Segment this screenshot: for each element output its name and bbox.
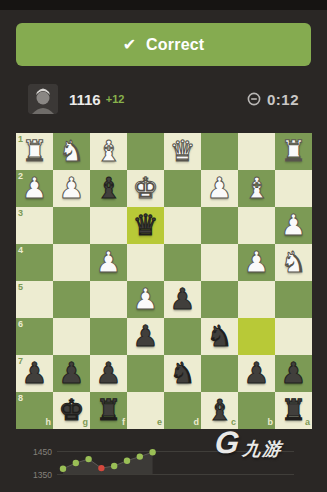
square-a8[interactable]: ♜a	[275, 392, 312, 429]
file-label-g: g	[83, 418, 89, 427]
rating-point-solved	[85, 456, 91, 462]
black-knight: ♞	[201, 318, 238, 355]
white-pawn: ♟	[201, 170, 238, 207]
square-e3[interactable]: ♛	[127, 207, 164, 244]
square-b6[interactable]	[238, 318, 275, 355]
black-pawn: ♟	[90, 355, 127, 392]
square-c3[interactable]	[201, 207, 238, 244]
square-g8[interactable]: ♚g	[53, 392, 90, 429]
rating-point-solved	[60, 466, 66, 472]
timer: 0:12	[247, 91, 299, 108]
rank-label-4: 4	[18, 246, 23, 255]
square-a1[interactable]: ♜	[275, 133, 312, 170]
square-f4[interactable]: ♟	[90, 244, 127, 281]
white-bishop: ♝	[238, 170, 275, 207]
square-b1[interactable]	[238, 133, 275, 170]
rating-delta: +12	[106, 93, 125, 105]
square-e2[interactable]: ♚	[127, 170, 164, 207]
square-e7[interactable]	[127, 355, 164, 392]
square-d6[interactable]	[164, 318, 201, 355]
player-row: 1116 +12 0:12	[28, 84, 299, 114]
square-h6[interactable]: 6	[16, 318, 53, 355]
square-d5[interactable]: ♟	[164, 281, 201, 318]
puzzle-screen: ✔ Correct 1116 +12 0:12 ♜1♞♝♛♜♟2♟♝♚♟♝3♛♟…	[0, 0, 327, 492]
square-a7[interactable]: ♟	[275, 355, 312, 392]
square-h5[interactable]: 5	[16, 281, 53, 318]
rating-chart: 14501350	[0, 440, 327, 492]
file-label-a: a	[305, 418, 310, 427]
square-c7[interactable]	[201, 355, 238, 392]
rank-label-2: 2	[18, 172, 23, 181]
rating-point-solved	[73, 460, 79, 466]
square-f5[interactable]	[90, 281, 127, 318]
white-rook: ♜	[275, 133, 312, 170]
banner-label: Correct	[146, 36, 204, 54]
white-pawn: ♟	[238, 244, 275, 281]
square-f1[interactable]: ♝	[90, 133, 127, 170]
square-a2[interactable]	[275, 170, 312, 207]
player-rating: 1116	[69, 91, 101, 108]
square-h1[interactable]: ♜1	[16, 133, 53, 170]
square-a6[interactable]	[275, 318, 312, 355]
square-a5[interactable]	[275, 281, 312, 318]
square-d1[interactable]: ♛	[164, 133, 201, 170]
black-pawn: ♟	[275, 355, 312, 392]
rating-point-failed	[98, 465, 104, 471]
square-c2[interactable]: ♟	[201, 170, 238, 207]
square-h7[interactable]: ♟7	[16, 355, 53, 392]
rating-point-solved	[111, 463, 117, 469]
white-knight: ♞	[53, 133, 90, 170]
square-f8[interactable]: ♜f	[90, 392, 127, 429]
square-a3[interactable]: ♟	[275, 207, 312, 244]
white-bishop: ♝	[90, 133, 127, 170]
square-g6[interactable]	[53, 318, 90, 355]
file-label-d: d	[194, 418, 200, 427]
square-h8[interactable]: 8h	[16, 392, 53, 429]
square-e8[interactable]: e	[127, 392, 164, 429]
rank-label-7: 7	[18, 357, 23, 366]
square-b2[interactable]: ♝	[238, 170, 275, 207]
square-b5[interactable]	[238, 281, 275, 318]
square-h3[interactable]: 3	[16, 207, 53, 244]
chess-board[interactable]: ♜1♞♝♛♜♟2♟♝♚♟♝3♛♟4♟♟♞5♟♟6♟♞♟7♟♟♞♟♟8h♚g♜fe…	[16, 133, 312, 429]
white-queen: ♛	[164, 133, 201, 170]
square-f6[interactable]	[90, 318, 127, 355]
square-d8[interactable]: d	[164, 392, 201, 429]
square-g4[interactable]	[53, 244, 90, 281]
square-c8[interactable]: ♝c	[201, 392, 238, 429]
black-queen: ♛	[127, 207, 164, 244]
black-pawn: ♟	[238, 355, 275, 392]
y-tick-label: 1450	[33, 447, 52, 457]
square-e5[interactable]: ♟	[127, 281, 164, 318]
file-label-f: f	[122, 418, 125, 427]
square-c4[interactable]	[201, 244, 238, 281]
rank-label-1: 1	[18, 135, 23, 144]
black-knight: ♞	[164, 355, 201, 392]
black-pawn: ♟	[164, 281, 201, 318]
white-knight: ♞	[275, 244, 312, 281]
file-label-c: c	[231, 418, 236, 427]
square-g7[interactable]: ♟	[53, 355, 90, 392]
square-c1[interactable]	[201, 133, 238, 170]
square-d4[interactable]	[164, 244, 201, 281]
timer-icon	[247, 92, 261, 106]
square-e4[interactable]	[127, 244, 164, 281]
square-b7[interactable]: ♟	[238, 355, 275, 392]
square-e1[interactable]	[127, 133, 164, 170]
square-h2[interactable]: ♟2	[16, 170, 53, 207]
square-f7[interactable]: ♟	[90, 355, 127, 392]
square-b3[interactable]	[238, 207, 275, 244]
rating-point-solved	[149, 449, 155, 455]
y-tick-label: 1350	[33, 470, 52, 480]
square-a4[interactable]: ♞	[275, 244, 312, 281]
square-f3[interactable]	[90, 207, 127, 244]
square-d2[interactable]	[164, 170, 201, 207]
timer-value: 0:12	[267, 91, 299, 108]
square-e6[interactable]: ♟	[127, 318, 164, 355]
rating-point-solved	[124, 458, 130, 464]
square-d3[interactable]	[164, 207, 201, 244]
file-label-b: b	[268, 418, 274, 427]
white-pawn: ♟	[127, 281, 164, 318]
square-h4[interactable]: 4	[16, 244, 53, 281]
rank-label-6: 6	[18, 320, 23, 329]
square-g3[interactable]	[53, 207, 90, 244]
black-pawn: ♟	[127, 318, 164, 355]
file-label-h: h	[46, 418, 52, 427]
square-c6[interactable]: ♞	[201, 318, 238, 355]
rank-label-3: 3	[18, 209, 23, 218]
file-label-e: e	[157, 418, 162, 427]
white-king: ♚	[127, 170, 164, 207]
black-pawn: ♟	[53, 355, 90, 392]
white-pawn: ♟	[53, 170, 90, 207]
square-g5[interactable]	[53, 281, 90, 318]
check-icon: ✔	[123, 37, 136, 53]
square-b4[interactable]: ♟	[238, 244, 275, 281]
status-band	[0, 0, 327, 10]
black-bishop: ♝	[90, 170, 127, 207]
square-g2[interactable]: ♟	[53, 170, 90, 207]
rating-point-solved	[137, 453, 143, 459]
rank-label-8: 8	[18, 394, 23, 403]
correct-banner: ✔ Correct	[16, 23, 311, 66]
square-d7[interactable]: ♞	[164, 355, 201, 392]
avatar-photo	[28, 84, 58, 114]
square-f2[interactable]: ♝	[90, 170, 127, 207]
square-b8[interactable]: b	[238, 392, 275, 429]
rank-label-5: 5	[18, 283, 23, 292]
square-c5[interactable]	[201, 281, 238, 318]
square-g1[interactable]: ♞	[53, 133, 90, 170]
white-pawn: ♟	[90, 244, 127, 281]
avatar[interactable]	[28, 84, 58, 114]
white-pawn: ♟	[275, 207, 312, 244]
